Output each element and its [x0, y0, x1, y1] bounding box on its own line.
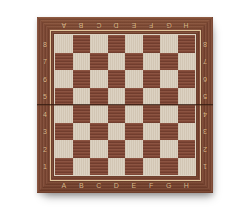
square-g5 — [160, 88, 178, 106]
square-f7 — [143, 53, 161, 71]
square-b1 — [73, 158, 91, 176]
rank-label-left-2: 2 — [43, 145, 47, 152]
square-a5 — [55, 88, 73, 106]
square-c7 — [90, 53, 108, 71]
square-b7 — [73, 53, 91, 71]
square-g8 — [160, 35, 178, 53]
square-e2 — [125, 140, 143, 158]
square-f1 — [143, 158, 161, 176]
square-g6 — [160, 70, 178, 88]
square-d2 — [108, 140, 126, 158]
square-h8 — [178, 35, 196, 53]
square-e7 — [125, 53, 143, 71]
square-a4 — [55, 105, 73, 123]
square-c4 — [90, 105, 108, 123]
square-g2 — [160, 140, 178, 158]
square-d3 — [108, 123, 126, 141]
square-e6 — [125, 70, 143, 88]
square-h1 — [178, 158, 196, 176]
square-h6 — [178, 70, 196, 88]
rank-label-left-4: 4 — [43, 110, 47, 117]
rank-label-right-8: 8 — [203, 40, 207, 47]
square-d8 — [108, 35, 126, 53]
square-c6 — [90, 70, 108, 88]
square-b5 — [73, 88, 91, 106]
square-f3 — [143, 123, 161, 141]
square-e1 — [125, 158, 143, 176]
square-f6 — [143, 70, 161, 88]
square-a1 — [55, 158, 73, 176]
square-d6 — [108, 70, 126, 88]
square-b4 — [73, 105, 91, 123]
square-g7 — [160, 53, 178, 71]
square-c8 — [90, 35, 108, 53]
rank-label-left-3: 3 — [43, 128, 47, 135]
file-label-bottom-f: F — [149, 181, 153, 188]
file-label-bottom-d: D — [114, 181, 119, 188]
file-label-top-b: B — [79, 21, 84, 28]
square-c5 — [90, 88, 108, 106]
square-h5 — [178, 88, 196, 106]
square-d5 — [108, 88, 126, 106]
square-a8 — [55, 35, 73, 53]
file-label-bottom-g: G — [166, 181, 171, 188]
square-d4 — [108, 105, 126, 123]
square-g1 — [160, 158, 178, 176]
file-label-top-f: F — [149, 21, 153, 28]
file-label-bottom-c: C — [96, 181, 101, 188]
rank-label-right-2: 2 — [203, 145, 207, 152]
square-c3 — [90, 123, 108, 141]
square-e3 — [125, 123, 143, 141]
square-g3 — [160, 123, 178, 141]
rank-label-right-7: 7 — [203, 58, 207, 65]
rank-label-left-1: 1 — [43, 163, 47, 170]
square-c2 — [90, 140, 108, 158]
file-label-top-h: H — [184, 21, 189, 28]
file-label-top-e: E — [131, 21, 136, 28]
rank-label-right-1: 1 — [203, 163, 207, 170]
square-b6 — [73, 70, 91, 88]
square-e5 — [125, 88, 143, 106]
rank-label-right-6: 6 — [203, 75, 207, 82]
square-f4 — [143, 105, 161, 123]
file-label-bottom-e: E — [131, 181, 136, 188]
square-f2 — [143, 140, 161, 158]
file-label-top-c: C — [96, 21, 101, 28]
file-label-bottom-a: A — [61, 181, 66, 188]
square-h3 — [178, 123, 196, 141]
square-b2 — [73, 140, 91, 158]
square-h7 — [178, 53, 196, 71]
square-a6 — [55, 70, 73, 88]
file-label-top-g: G — [166, 21, 171, 28]
square-c1 — [90, 158, 108, 176]
square-b8 — [73, 35, 91, 53]
rank-label-left-6: 6 — [43, 75, 47, 82]
square-f8 — [143, 35, 161, 53]
file-label-top-d: D — [114, 21, 119, 28]
rank-label-right-4: 4 — [203, 110, 207, 117]
rank-label-left-7: 7 — [43, 58, 47, 65]
square-b3 — [73, 123, 91, 141]
file-label-bottom-h: H — [184, 181, 189, 188]
square-g4 — [160, 105, 178, 123]
rank-label-left-8: 8 — [43, 40, 47, 47]
square-f5 — [143, 88, 161, 106]
square-a7 — [55, 53, 73, 71]
rank-label-right-3: 3 — [203, 128, 207, 135]
square-h2 — [178, 140, 196, 158]
product-photo-page: AABBCCDDEEFFGGHH8877665544332211 — [0, 0, 250, 212]
chessboard: AABBCCDDEEFFGGHH8877665544332211 — [37, 17, 213, 193]
rank-label-right-5: 5 — [203, 93, 207, 100]
file-label-bottom-b: B — [79, 181, 84, 188]
square-d1 — [108, 158, 126, 176]
square-e8 — [125, 35, 143, 53]
square-h4 — [178, 105, 196, 123]
file-label-top-a: A — [61, 21, 66, 28]
rank-label-left-5: 5 — [43, 93, 47, 100]
square-a2 — [55, 140, 73, 158]
square-d7 — [108, 53, 126, 71]
square-a3 — [55, 123, 73, 141]
square-e4 — [125, 105, 143, 123]
fold-seam-line — [37, 104, 213, 106]
